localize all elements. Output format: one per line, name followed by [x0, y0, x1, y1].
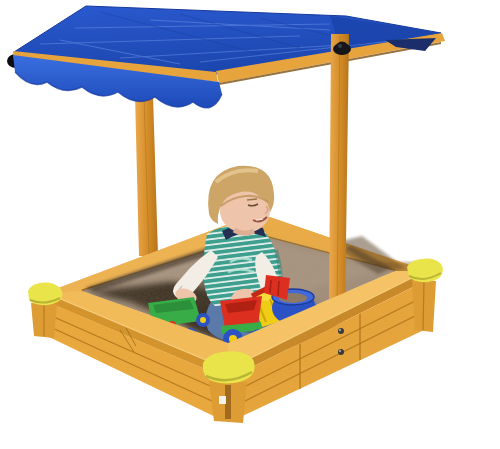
left-post [135, 95, 158, 256]
scene-svg [0, 0, 500, 449]
product-photo-sandbox-canopy [0, 0, 500, 449]
green-truck-bumper-hub [200, 317, 206, 323]
small-label-front [219, 396, 226, 404]
eyebrow [247, 199, 257, 200]
